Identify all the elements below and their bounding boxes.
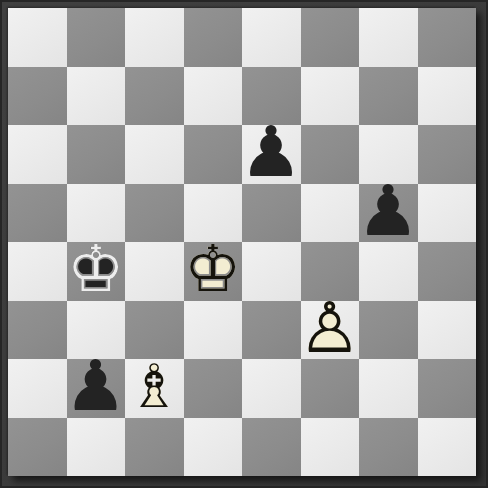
square-b7[interactable]: [67, 67, 126, 126]
square-a2[interactable]: [8, 359, 67, 418]
square-d2[interactable]: [184, 359, 243, 418]
square-f2[interactable]: [301, 359, 360, 418]
square-c4[interactable]: [125, 242, 184, 301]
board-frame: ♟♟♚♔♚♔♟♙♟♝♗: [0, 0, 488, 488]
square-d8[interactable]: [184, 8, 243, 67]
square-d7[interactable]: [184, 67, 243, 126]
square-g3[interactable]: [359, 301, 418, 360]
square-c6[interactable]: [125, 125, 184, 184]
square-h1[interactable]: [418, 418, 477, 477]
chess-board: ♟♟♚♔♚♔♟♙♟♝♗: [8, 8, 476, 476]
square-d6[interactable]: [184, 125, 243, 184]
square-d4[interactable]: ♚♔: [184, 242, 243, 301]
square-c5[interactable]: [125, 184, 184, 243]
square-c2[interactable]: ♝♗: [125, 359, 184, 418]
square-a6[interactable]: [8, 125, 67, 184]
square-b8[interactable]: [67, 8, 126, 67]
square-a8[interactable]: [8, 8, 67, 67]
square-f8[interactable]: [301, 8, 360, 67]
white-bishop-outline-glyph: ♗: [127, 356, 181, 416]
black-pawn-fill-glyph: ♟: [357, 176, 420, 246]
square-a5[interactable]: [8, 184, 67, 243]
square-e5[interactable]: [242, 184, 301, 243]
square-b1[interactable]: [67, 418, 126, 477]
square-d3[interactable]: [184, 301, 243, 360]
black-pawn-fill-glyph: ♟: [240, 117, 303, 187]
square-h8[interactable]: [418, 8, 477, 67]
black-pawn[interactable]: ♟: [242, 123, 301, 182]
square-h7[interactable]: [418, 67, 477, 126]
square-c1[interactable]: [125, 418, 184, 477]
square-e4[interactable]: [242, 242, 301, 301]
square-e3[interactable]: [242, 301, 301, 360]
square-d1[interactable]: [184, 418, 243, 477]
square-e8[interactable]: [242, 8, 301, 67]
square-b2[interactable]: ♟: [67, 359, 126, 418]
square-a7[interactable]: [8, 67, 67, 126]
square-a1[interactable]: [8, 418, 67, 477]
white-pawn-outline-glyph: ♙: [298, 293, 361, 363]
black-king[interactable]: ♚♔: [67, 240, 126, 299]
square-h4[interactable]: [418, 242, 477, 301]
square-f7[interactable]: [301, 67, 360, 126]
square-f3[interactable]: ♟♙: [301, 301, 360, 360]
black-pawn-fill-glyph: ♟: [64, 351, 127, 421]
black-king-outline-glyph: ♔: [67, 237, 124, 301]
white-pawn[interactable]: ♟♙: [301, 299, 360, 358]
square-g1[interactable]: [359, 418, 418, 477]
square-a4[interactable]: [8, 242, 67, 301]
white-king-outline-glyph: ♔: [184, 237, 241, 301]
square-b4[interactable]: ♚♔: [67, 242, 126, 301]
square-g8[interactable]: [359, 8, 418, 67]
square-c8[interactable]: [125, 8, 184, 67]
square-g4[interactable]: [359, 242, 418, 301]
white-bishop[interactable]: ♝♗: [125, 357, 184, 416]
square-c3[interactable]: [125, 301, 184, 360]
square-h3[interactable]: [418, 301, 477, 360]
black-pawn[interactable]: ♟: [359, 182, 418, 241]
square-b6[interactable]: [67, 125, 126, 184]
square-e2[interactable]: [242, 359, 301, 418]
square-g5[interactable]: ♟: [359, 184, 418, 243]
square-e1[interactable]: [242, 418, 301, 477]
white-king[interactable]: ♚♔: [184, 240, 243, 299]
square-h5[interactable]: [418, 184, 477, 243]
square-f1[interactable]: [301, 418, 360, 477]
square-h6[interactable]: [418, 125, 477, 184]
square-c7[interactable]: [125, 67, 184, 126]
square-g7[interactable]: [359, 67, 418, 126]
square-a3[interactable]: [8, 301, 67, 360]
square-h2[interactable]: [418, 359, 477, 418]
black-pawn[interactable]: ♟: [67, 357, 126, 416]
square-e6[interactable]: ♟: [242, 125, 301, 184]
square-f5[interactable]: [301, 184, 360, 243]
square-g2[interactable]: [359, 359, 418, 418]
square-f6[interactable]: [301, 125, 360, 184]
